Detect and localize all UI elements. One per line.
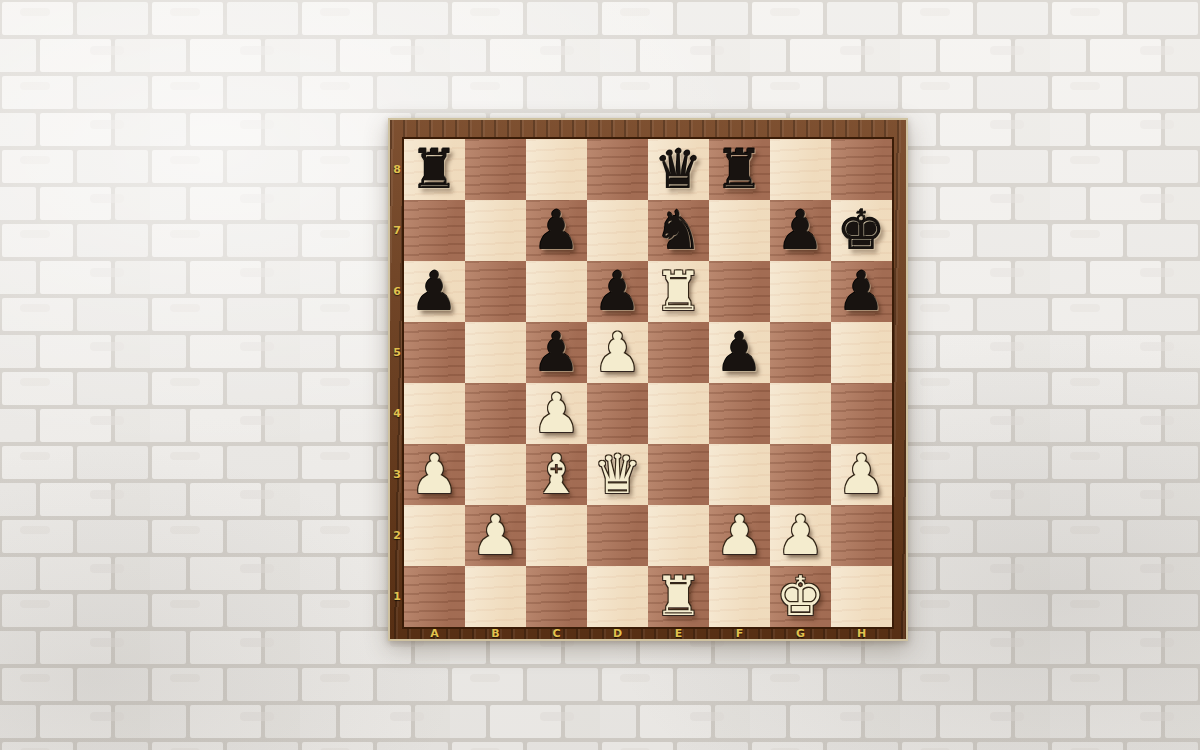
file-label-a: A: [404, 627, 465, 640]
black-pawn-c5[interactable]: ♟: [532, 322, 580, 383]
rank-label-4: 4: [390, 383, 404, 444]
file-coordinates: ABCDEFGH: [404, 627, 892, 639]
rank-label-3: 3: [390, 444, 404, 505]
square-a7[interactable]: [404, 200, 465, 261]
square-c6[interactable]: [526, 261, 587, 322]
square-h6[interactable]: ♟: [831, 261, 892, 322]
square-b6[interactable]: [465, 261, 526, 322]
white-pawn-d5[interactable]: ♟: [593, 322, 641, 383]
white-pawn-b2[interactable]: ♟: [471, 505, 519, 566]
square-e1[interactable]: ♜: [648, 566, 709, 627]
square-a3[interactable]: ♟: [404, 444, 465, 505]
square-b7[interactable]: [465, 200, 526, 261]
white-pawn-f2[interactable]: ♟: [715, 505, 763, 566]
square-g5[interactable]: [770, 322, 831, 383]
white-pawn-c4[interactable]: ♟: [532, 383, 580, 444]
square-e8[interactable]: ♛: [648, 139, 709, 200]
square-h7[interactable]: ♚: [831, 200, 892, 261]
black-pawn-a6[interactable]: ♟: [410, 261, 458, 322]
square-h2[interactable]: [831, 505, 892, 566]
square-b2[interactable]: ♟: [465, 505, 526, 566]
square-b5[interactable]: [465, 322, 526, 383]
square-b4[interactable]: [465, 383, 526, 444]
square-f7[interactable]: [709, 200, 770, 261]
square-e5[interactable]: [648, 322, 709, 383]
white-rook-e6[interactable]: ♜: [654, 261, 702, 322]
square-d6[interactable]: ♟: [587, 261, 648, 322]
square-g1[interactable]: ♚: [770, 566, 831, 627]
square-h1[interactable]: [831, 566, 892, 627]
black-pawn-h6[interactable]: ♟: [837, 261, 885, 322]
square-b8[interactable]: [465, 139, 526, 200]
square-f4[interactable]: [709, 383, 770, 444]
black-king-h7[interactable]: ♚: [837, 200, 885, 261]
square-g8[interactable]: [770, 139, 831, 200]
file-label-b: B: [465, 627, 526, 640]
rank-coordinates: 87654321: [390, 139, 404, 627]
square-c8[interactable]: [526, 139, 587, 200]
file-label-g: G: [770, 627, 831, 640]
square-g7[interactable]: ♟: [770, 200, 831, 261]
black-pawn-d6[interactable]: ♟: [593, 261, 641, 322]
square-f3[interactable]: [709, 444, 770, 505]
square-c2[interactable]: [526, 505, 587, 566]
square-d1[interactable]: [587, 566, 648, 627]
rank-label-2: 2: [390, 505, 404, 566]
rank-label-5: 5: [390, 322, 404, 383]
black-knight-e7[interactable]: ♞: [654, 200, 702, 261]
rank-label-8: 8: [390, 139, 404, 200]
file-label-e: E: [648, 627, 709, 640]
square-d2[interactable]: [587, 505, 648, 566]
square-f1[interactable]: [709, 566, 770, 627]
square-g3[interactable]: [770, 444, 831, 505]
file-label-f: F: [709, 627, 770, 640]
square-d4[interactable]: [587, 383, 648, 444]
white-pawn-h3[interactable]: ♟: [837, 444, 885, 505]
square-d3[interactable]: ♛: [587, 444, 648, 505]
chess-board: 87654321 ♜♛♜♟♞♟♚♟♟♜♟♟♟♟♟♟♝♛♟♟♟♟♜♚ ABCDEF…: [388, 118, 908, 641]
white-pawn-a3[interactable]: ♟: [410, 444, 458, 505]
square-c5[interactable]: ♟: [526, 322, 587, 383]
square-e2[interactable]: [648, 505, 709, 566]
white-pawn-g2[interactable]: ♟: [776, 505, 824, 566]
square-c7[interactable]: ♟: [526, 200, 587, 261]
board-grid: ♜♛♜♟♞♟♚♟♟♜♟♟♟♟♟♟♝♛♟♟♟♟♜♚: [404, 139, 892, 627]
square-a6[interactable]: ♟: [404, 261, 465, 322]
square-d8[interactable]: [587, 139, 648, 200]
square-g4[interactable]: [770, 383, 831, 444]
square-c1[interactable]: [526, 566, 587, 627]
black-pawn-f5[interactable]: ♟: [715, 322, 763, 383]
rank-label-1: 1: [390, 566, 404, 627]
square-h8[interactable]: [831, 139, 892, 200]
square-e7[interactable]: ♞: [648, 200, 709, 261]
square-f2[interactable]: ♟: [709, 505, 770, 566]
square-h5[interactable]: [831, 322, 892, 383]
black-queen-e8[interactable]: ♛: [654, 139, 702, 200]
square-b3[interactable]: [465, 444, 526, 505]
screenshot: 87654321 ♜♛♜♟♞♟♚♟♟♜♟♟♟♟♟♟♝♛♟♟♟♟♜♚ ABCDEF…: [0, 0, 1200, 750]
square-c3[interactable]: ♝: [526, 444, 587, 505]
square-d7[interactable]: [587, 200, 648, 261]
square-f8[interactable]: ♜: [709, 139, 770, 200]
square-a8[interactable]: ♜: [404, 139, 465, 200]
rank-label-7: 7: [390, 200, 404, 261]
file-label-h: H: [831, 627, 892, 640]
square-g6[interactable]: [770, 261, 831, 322]
white-rook-e1[interactable]: ♜: [654, 566, 702, 627]
rank-label-6: 6: [390, 261, 404, 322]
black-pawn-c7[interactable]: ♟: [532, 200, 580, 261]
file-label-c: C: [526, 627, 587, 640]
white-queen-d3[interactable]: ♛: [593, 444, 641, 505]
black-rook-a8[interactable]: ♜: [410, 139, 458, 200]
white-bishop-c3[interactable]: ♝: [532, 444, 580, 505]
square-e3[interactable]: [648, 444, 709, 505]
black-pawn-g7[interactable]: ♟: [776, 200, 824, 261]
square-e4[interactable]: [648, 383, 709, 444]
square-b1[interactable]: [465, 566, 526, 627]
square-d5[interactable]: ♟: [587, 322, 648, 383]
square-a4[interactable]: [404, 383, 465, 444]
square-h3[interactable]: ♟: [831, 444, 892, 505]
square-f5[interactable]: ♟: [709, 322, 770, 383]
square-c4[interactable]: ♟: [526, 383, 587, 444]
square-e6[interactable]: ♜: [648, 261, 709, 322]
square-a1[interactable]: [404, 566, 465, 627]
file-label-d: D: [587, 627, 648, 640]
square-g2[interactable]: ♟: [770, 505, 831, 566]
white-king-g1[interactable]: ♚: [776, 566, 824, 627]
square-h4[interactable]: [831, 383, 892, 444]
square-f6[interactable]: [709, 261, 770, 322]
square-a5[interactable]: [404, 322, 465, 383]
square-a2[interactable]: [404, 505, 465, 566]
black-rook-f8[interactable]: ♜: [715, 139, 763, 200]
